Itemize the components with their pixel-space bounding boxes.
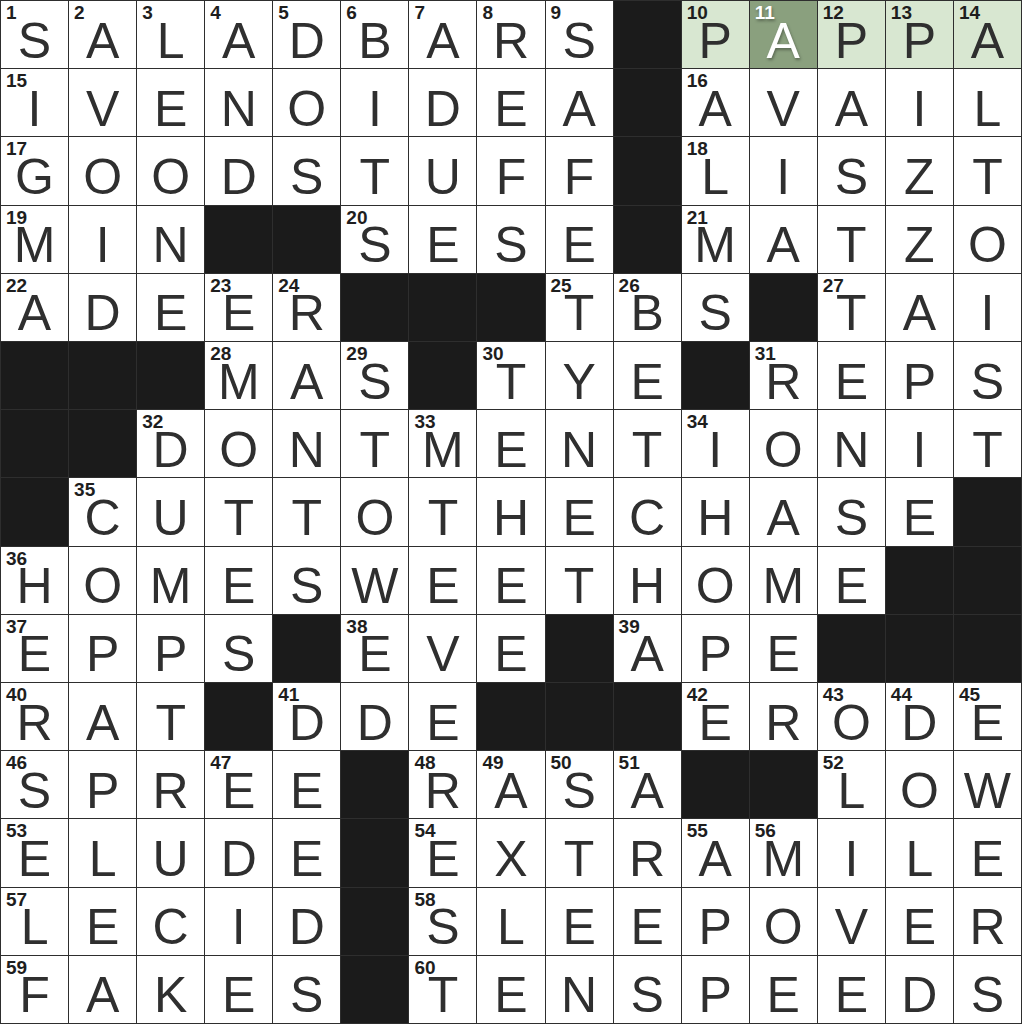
- black-cell-r14c6: [341, 888, 408, 955]
- cell-letter: W: [964, 766, 1011, 816]
- cell-r2c1[interactable]: 15I: [1, 69, 68, 136]
- cell-letter: E: [222, 288, 255, 338]
- cell-letter: E: [358, 629, 391, 679]
- cell-r9c9[interactable]: T: [546, 547, 613, 614]
- cell-number: 29: [346, 344, 367, 363]
- cell-letter: O: [83, 152, 122, 202]
- cell-r14c12[interactable]: O: [750, 888, 817, 955]
- cell-letter: E: [494, 629, 527, 679]
- cell-letter: R: [765, 698, 801, 748]
- cell-letter: B: [358, 16, 391, 66]
- cell-letter: P: [699, 970, 732, 1020]
- cell-r9c10[interactable]: H: [614, 547, 681, 614]
- cell-r1c13[interactable]: 12P: [818, 1, 885, 68]
- cell-letter: E: [290, 834, 323, 884]
- cell-r11c1[interactable]: 40R: [1, 683, 68, 750]
- cell-r12c7[interactable]: 48R: [409, 751, 476, 818]
- cell-letter: M: [762, 834, 804, 884]
- cell-r7c14[interactable]: I: [886, 410, 953, 477]
- black-cell-r11c4: [205, 683, 272, 750]
- cell-r13c2[interactable]: L: [69, 819, 136, 886]
- cell-r9c4[interactable]: E: [205, 547, 272, 614]
- cell-r13c12[interactable]: 56M: [750, 819, 817, 886]
- cell-r6c12[interactable]: 31R: [750, 342, 817, 409]
- cell-r3c9[interactable]: F: [546, 137, 613, 204]
- cell-letter: H: [629, 561, 665, 611]
- cell-r5c5[interactable]: 24R: [273, 274, 340, 341]
- cell-r9c2[interactable]: O: [69, 547, 136, 614]
- cell-letter: A: [630, 629, 663, 679]
- cell-r3c5[interactable]: S: [273, 137, 340, 204]
- cell-letter: H: [16, 561, 52, 611]
- cell-letter: I: [708, 425, 722, 475]
- cell-r15c12[interactable]: E: [750, 956, 817, 1023]
- cell-letter: A: [699, 834, 732, 884]
- cell-r14c2[interactable]: E: [69, 888, 136, 955]
- cell-r4c14[interactable]: Z: [886, 206, 953, 273]
- cell-r11c11[interactable]: 42E: [682, 683, 749, 750]
- cell-r10c2[interactable]: P: [69, 615, 136, 682]
- black-cell-r6c7: [409, 342, 476, 409]
- cell-r10c3[interactable]: P: [137, 615, 204, 682]
- cell-r10c8[interactable]: E: [477, 615, 544, 682]
- cell-r4c1[interactable]: 19M: [1, 206, 68, 273]
- cell-r11c7[interactable]: E: [409, 683, 476, 750]
- cell-letter: V: [426, 629, 459, 679]
- cell-r5c11[interactable]: S: [682, 274, 749, 341]
- cell-r7c9[interactable]: N: [546, 410, 613, 477]
- cell-number: 23: [210, 276, 231, 295]
- cell-r8c14[interactable]: E: [886, 478, 953, 545]
- cell-r5c3[interactable]: E: [137, 274, 204, 341]
- cell-letter: O: [219, 425, 258, 475]
- cell-r3c13[interactable]: S: [818, 137, 885, 204]
- cell-letter: R: [765, 357, 801, 407]
- cell-r13c10[interactable]: R: [614, 819, 681, 886]
- cell-r7c8[interactable]: E: [477, 410, 544, 477]
- cell-letter: F: [564, 152, 595, 202]
- cell-r8c7[interactable]: T: [409, 478, 476, 545]
- black-cell-r9c15: [954, 547, 1021, 614]
- cell-r7c7[interactable]: 33M: [409, 410, 476, 477]
- black-cell-r15c6: [341, 956, 408, 1023]
- cell-r11c3[interactable]: T: [137, 683, 204, 750]
- cell-r6c10[interactable]: E: [614, 342, 681, 409]
- cell-letter: T: [292, 493, 323, 543]
- cell-r1c2[interactable]: 2A: [69, 1, 136, 68]
- black-cell-r2c10: [614, 69, 681, 136]
- cell-r13c4[interactable]: D: [205, 819, 272, 886]
- cell-r5c4[interactable]: 23E: [205, 274, 272, 341]
- cell-r9c8[interactable]: E: [477, 547, 544, 614]
- cell-r14c8[interactable]: L: [477, 888, 544, 955]
- cell-r8c6[interactable]: O: [341, 478, 408, 545]
- cell-r4c2[interactable]: I: [69, 206, 136, 273]
- cell-r15c1[interactable]: 59F: [1, 956, 68, 1023]
- black-cell-r1c10: [614, 1, 681, 68]
- cell-r9c13[interactable]: E: [818, 547, 885, 614]
- cell-letter: T: [836, 288, 867, 338]
- black-cell-r8c15: [954, 478, 1021, 545]
- cell-letter: Z: [904, 152, 935, 202]
- cell-r3c2[interactable]: O: [69, 137, 136, 204]
- cell-r13c1[interactable]: 53E: [1, 819, 68, 886]
- black-cell-r10c5: [273, 615, 340, 682]
- cell-r13c11[interactable]: 55A: [682, 819, 749, 886]
- cell-r14c13[interactable]: V: [818, 888, 885, 955]
- cell-r13c8[interactable]: X: [477, 819, 544, 886]
- cell-letter: S: [494, 220, 527, 270]
- cell-r9c1[interactable]: 36H: [1, 547, 68, 614]
- cell-r15c2[interactable]: A: [69, 956, 136, 1023]
- cell-r14c9[interactable]: E: [546, 888, 613, 955]
- cell-r15c7[interactable]: 60T: [409, 956, 476, 1023]
- cell-r10c1[interactable]: 37E: [1, 615, 68, 682]
- cell-r4c7[interactable]: E: [409, 206, 476, 273]
- black-cell-r10c15: [954, 615, 1021, 682]
- cell-r2c6[interactable]: I: [341, 69, 408, 136]
- cell-letter: E: [630, 357, 663, 407]
- cell-r7c5[interactable]: N: [273, 410, 340, 477]
- cell-r12c2[interactable]: P: [69, 751, 136, 818]
- cell-r14c15[interactable]: R: [954, 888, 1021, 955]
- cell-r1c9[interactable]: 9S: [546, 1, 613, 68]
- cell-r3c12[interactable]: I: [750, 137, 817, 204]
- cell-number: 9: [551, 3, 562, 22]
- cell-r5c10[interactable]: 26B: [614, 274, 681, 341]
- cell-r12c5[interactable]: E: [273, 751, 340, 818]
- cell-r3c4[interactable]: D: [205, 137, 272, 204]
- cell-r9c3[interactable]: M: [137, 547, 204, 614]
- cell-r15c14[interactable]: D: [886, 956, 953, 1023]
- cell-letter: O: [900, 766, 939, 816]
- cell-r6c15[interactable]: S: [954, 342, 1021, 409]
- cell-letter: D: [901, 970, 937, 1020]
- cell-number: 33: [414, 412, 435, 431]
- cell-letter: E: [494, 561, 527, 611]
- cell-r5c13[interactable]: 27T: [818, 274, 885, 341]
- cell-r12c15[interactable]: W: [954, 751, 1021, 818]
- cell-r15c9[interactable]: N: [546, 956, 613, 1023]
- cell-letter: S: [971, 970, 1004, 1020]
- cell-r11c13[interactable]: 43O: [818, 683, 885, 750]
- cell-number: 50: [551, 753, 572, 772]
- cell-letter: R: [629, 834, 665, 884]
- cell-letter: D: [901, 698, 937, 748]
- cell-letter: I: [981, 288, 995, 338]
- cell-r2c9[interactable]: A: [546, 69, 613, 136]
- cell-number: 57: [6, 890, 27, 909]
- cell-r11c12[interactable]: R: [750, 683, 817, 750]
- black-cell-r4c4: [205, 206, 272, 273]
- cell-r14c10[interactable]: E: [614, 888, 681, 955]
- cell-r15c11[interactable]: P: [682, 956, 749, 1023]
- cell-r13c9[interactable]: T: [546, 819, 613, 886]
- cell-letter: F: [19, 970, 50, 1020]
- cell-r5c15[interactable]: I: [954, 274, 1021, 341]
- cell-r7c3[interactable]: 32D: [137, 410, 204, 477]
- cell-r2c3[interactable]: E: [137, 69, 204, 136]
- cell-r11c15[interactable]: 45E: [954, 683, 1021, 750]
- cell-r9c7[interactable]: E: [409, 547, 476, 614]
- cell-r4c11[interactable]: 21M: [682, 206, 749, 273]
- cell-r12c14[interactable]: O: [886, 751, 953, 818]
- black-cell-r7c2: [69, 410, 136, 477]
- cell-r6c8[interactable]: 30T: [477, 342, 544, 409]
- cell-r9c12[interactable]: M: [750, 547, 817, 614]
- cell-letter: A: [18, 288, 51, 338]
- cell-letter: V: [767, 84, 800, 134]
- cell-number: 42: [687, 685, 708, 704]
- cell-r2c15[interactable]: L: [954, 69, 1021, 136]
- cell-r8c9[interactable]: E: [546, 478, 613, 545]
- cell-r15c15[interactable]: S: [954, 956, 1021, 1023]
- cell-r7c15[interactable]: T: [954, 410, 1021, 477]
- cell-letter: E: [630, 902, 663, 952]
- cell-r14c11[interactable]: P: [682, 888, 749, 955]
- cell-r2c4[interactable]: N: [205, 69, 272, 136]
- cell-r11c6[interactable]: D: [341, 683, 408, 750]
- cell-r2c7[interactable]: D: [409, 69, 476, 136]
- cell-r4c3[interactable]: N: [137, 206, 204, 273]
- cell-r1c8[interactable]: 8R: [477, 1, 544, 68]
- cell-letter: M: [150, 561, 192, 611]
- cell-r3c6[interactable]: T: [341, 137, 408, 204]
- cell-letter: A: [767, 16, 800, 66]
- black-cell-r11c10: [614, 683, 681, 750]
- cell-r3c14[interactable]: Z: [886, 137, 953, 204]
- cell-letter: P: [835, 16, 868, 66]
- cell-r3c1[interactable]: 17G: [1, 137, 68, 204]
- cell-r7c4[interactable]: O: [205, 410, 272, 477]
- cell-r10c7[interactable]: V: [409, 615, 476, 682]
- cell-r6c5[interactable]: A: [273, 342, 340, 409]
- cell-number: 56: [755, 821, 776, 840]
- cell-r2c14[interactable]: I: [886, 69, 953, 136]
- cell-letter: N: [561, 425, 597, 475]
- cell-r6c6[interactable]: 29S: [341, 342, 408, 409]
- cell-r13c13[interactable]: I: [818, 819, 885, 886]
- cell-r6c13[interactable]: E: [818, 342, 885, 409]
- cell-r3c7[interactable]: U: [409, 137, 476, 204]
- cell-number: 44: [891, 685, 912, 704]
- cell-r14c3[interactable]: C: [137, 888, 204, 955]
- cell-r7c10[interactable]: T: [614, 410, 681, 477]
- cell-r14c1[interactable]: 57L: [1, 888, 68, 955]
- black-cell-r5c12: [750, 274, 817, 341]
- cell-letter: E: [426, 220, 459, 270]
- cell-letter: O: [968, 220, 1007, 270]
- cell-r9c5[interactable]: S: [273, 547, 340, 614]
- cell-letter: D: [289, 902, 325, 952]
- cell-r5c2[interactable]: D: [69, 274, 136, 341]
- cell-r7c12[interactable]: O: [750, 410, 817, 477]
- cell-r10c10[interactable]: 39A: [614, 615, 681, 682]
- cell-r13c3[interactable]: U: [137, 819, 204, 886]
- cell-r7c11[interactable]: 34I: [682, 410, 749, 477]
- cell-r1c4[interactable]: 4A: [205, 1, 272, 68]
- cell-letter: L: [497, 902, 525, 952]
- cell-r2c11[interactable]: 16A: [682, 69, 749, 136]
- black-cell-r10c14: [886, 615, 953, 682]
- cell-r12c3[interactable]: R: [137, 751, 204, 818]
- cell-r1c6[interactable]: 6B: [341, 1, 408, 68]
- black-cell-r11c9: [546, 683, 613, 750]
- cell-letter: I: [28, 84, 42, 134]
- cell-r8c13[interactable]: S: [818, 478, 885, 545]
- cell-number: 36: [6, 549, 27, 568]
- cell-letter: I: [844, 834, 858, 884]
- cell-r2c8[interactable]: E: [477, 69, 544, 136]
- cell-letter: N: [289, 425, 325, 475]
- cell-r8c5[interactable]: T: [273, 478, 340, 545]
- cell-r4c6[interactable]: 20S: [341, 206, 408, 273]
- cell-letter: E: [426, 834, 459, 884]
- cell-r2c12[interactable]: V: [750, 69, 817, 136]
- cell-r1c11[interactable]: 10P: [682, 1, 749, 68]
- cell-r10c4[interactable]: S: [205, 615, 272, 682]
- cell-r8c12[interactable]: A: [750, 478, 817, 545]
- cell-letter: A: [767, 220, 800, 270]
- cell-r13c14[interactable]: L: [886, 819, 953, 886]
- cell-letter: D: [289, 698, 325, 748]
- cell-r15c8[interactable]: E: [477, 956, 544, 1023]
- cell-r1c5[interactable]: 5D: [273, 1, 340, 68]
- cell-letter: S: [290, 561, 323, 611]
- cell-r2c2[interactable]: V: [69, 69, 136, 136]
- cell-letter: D: [357, 698, 393, 748]
- cell-letter: M: [14, 220, 56, 270]
- cell-r11c14[interactable]: 44D: [886, 683, 953, 750]
- cell-r8c10[interactable]: C: [614, 478, 681, 545]
- cell-letter: T: [972, 152, 1003, 202]
- cell-r15c4[interactable]: E: [205, 956, 272, 1023]
- cell-letter: A: [971, 16, 1004, 66]
- cell-r6c14[interactable]: P: [886, 342, 953, 409]
- cell-number: 17: [6, 139, 27, 158]
- cell-letter: S: [426, 902, 459, 952]
- cell-r14c4[interactable]: I: [205, 888, 272, 955]
- cell-letter: S: [358, 357, 391, 407]
- cell-letter: Z: [904, 220, 935, 270]
- cell-r1c14[interactable]: 13P: [886, 1, 953, 68]
- cell-letter: D: [425, 84, 461, 134]
- cell-r1c3[interactable]: 3L: [137, 1, 204, 68]
- cell-r1c15[interactable]: 14A: [954, 1, 1021, 68]
- cell-letter: E: [699, 698, 732, 748]
- cell-r1c7[interactable]: 7A: [409, 1, 476, 68]
- cell-letter: D: [85, 288, 121, 338]
- cell-r1c12[interactable]: 11A: [750, 1, 817, 68]
- cell-letter: A: [699, 84, 732, 134]
- cell-letter: E: [154, 84, 187, 134]
- cell-r15c10[interactable]: S: [614, 956, 681, 1023]
- cell-letter: O: [83, 561, 122, 611]
- cell-r2c5[interactable]: O: [273, 69, 340, 136]
- cell-r12c8[interactable]: 49A: [477, 751, 544, 818]
- cell-r15c5[interactable]: S: [273, 956, 340, 1023]
- cell-r5c9[interactable]: 25T: [546, 274, 613, 341]
- cell-number: 20: [346, 208, 367, 227]
- cell-number: 12: [823, 3, 844, 22]
- cell-number: 14: [959, 3, 980, 22]
- cell-r13c5[interactable]: E: [273, 819, 340, 886]
- cell-r12c13[interactable]: 52L: [818, 751, 885, 818]
- cell-r3c15[interactable]: T: [954, 137, 1021, 204]
- cell-r4c9[interactable]: E: [546, 206, 613, 273]
- cell-r2c13[interactable]: A: [818, 69, 885, 136]
- cell-letter: P: [699, 16, 732, 66]
- cell-r1c1[interactable]: 1S: [1, 1, 68, 68]
- cell-letter: M: [422, 425, 464, 475]
- cell-r9c6[interactable]: W: [341, 547, 408, 614]
- cell-r14c5[interactable]: D: [273, 888, 340, 955]
- cell-r10c12[interactable]: E: [750, 615, 817, 682]
- cell-r3c11[interactable]: 18L: [682, 137, 749, 204]
- cell-letter: T: [632, 425, 663, 475]
- cell-r10c6[interactable]: 38E: [341, 615, 408, 682]
- cell-r4c8[interactable]: S: [477, 206, 544, 273]
- cell-r12c1[interactable]: 46S: [1, 751, 68, 818]
- cell-letter: P: [903, 16, 936, 66]
- cell-r4c12[interactable]: A: [750, 206, 817, 273]
- cell-r15c3[interactable]: K: [137, 956, 204, 1023]
- cell-r10c11[interactable]: P: [682, 615, 749, 682]
- cell-letter: U: [425, 152, 461, 202]
- cell-r4c13[interactable]: T: [818, 206, 885, 273]
- cell-number: 26: [619, 276, 640, 295]
- cell-letter: P: [154, 629, 187, 679]
- cell-letter: V: [86, 84, 119, 134]
- cell-r8c8[interactable]: H: [477, 478, 544, 545]
- cell-r6c4[interactable]: 28M: [205, 342, 272, 409]
- cell-r9c11[interactable]: O: [682, 547, 749, 614]
- cell-letter: T: [564, 834, 595, 884]
- cell-r4c15[interactable]: O: [954, 206, 1021, 273]
- cell-number: 10: [687, 3, 708, 22]
- cell-letter: E: [222, 970, 255, 1020]
- cell-r15c13[interactable]: E: [818, 956, 885, 1023]
- cell-r13c15[interactable]: E: [954, 819, 1021, 886]
- cell-letter: H: [493, 493, 529, 543]
- cell-r8c2[interactable]: 35C: [69, 478, 136, 545]
- cell-r12c9[interactable]: 50S: [546, 751, 613, 818]
- cell-r3c8[interactable]: F: [477, 137, 544, 204]
- cell-r8c4[interactable]: T: [205, 478, 272, 545]
- cell-r11c5[interactable]: 41D: [273, 683, 340, 750]
- cell-r5c14[interactable]: A: [886, 274, 953, 341]
- cell-r8c11[interactable]: H: [682, 478, 749, 545]
- cell-letter: L: [837, 766, 865, 816]
- cell-r14c14[interactable]: E: [886, 888, 953, 955]
- cell-r12c10[interactable]: 51A: [614, 751, 681, 818]
- cell-r14c7[interactable]: 58S: [409, 888, 476, 955]
- cell-r12c4[interactable]: 47E: [205, 751, 272, 818]
- cell-number: 53: [6, 821, 27, 840]
- cell-r5c1[interactable]: 22A: [1, 274, 68, 341]
- black-cell-r11c8: [477, 683, 544, 750]
- cell-r7c13[interactable]: N: [818, 410, 885, 477]
- cell-r11c2[interactable]: A: [69, 683, 136, 750]
- cell-r7c6[interactable]: T: [341, 410, 408, 477]
- cell-r3c3[interactable]: O: [137, 137, 204, 204]
- cell-r8c3[interactable]: U: [137, 478, 204, 545]
- cell-number: 11: [755, 3, 775, 22]
- cell-letter: Y: [562, 357, 595, 407]
- cell-r13c7[interactable]: 54E: [409, 819, 476, 886]
- cell-r6c9[interactable]: Y: [546, 342, 613, 409]
- cell-number: 40: [6, 685, 27, 704]
